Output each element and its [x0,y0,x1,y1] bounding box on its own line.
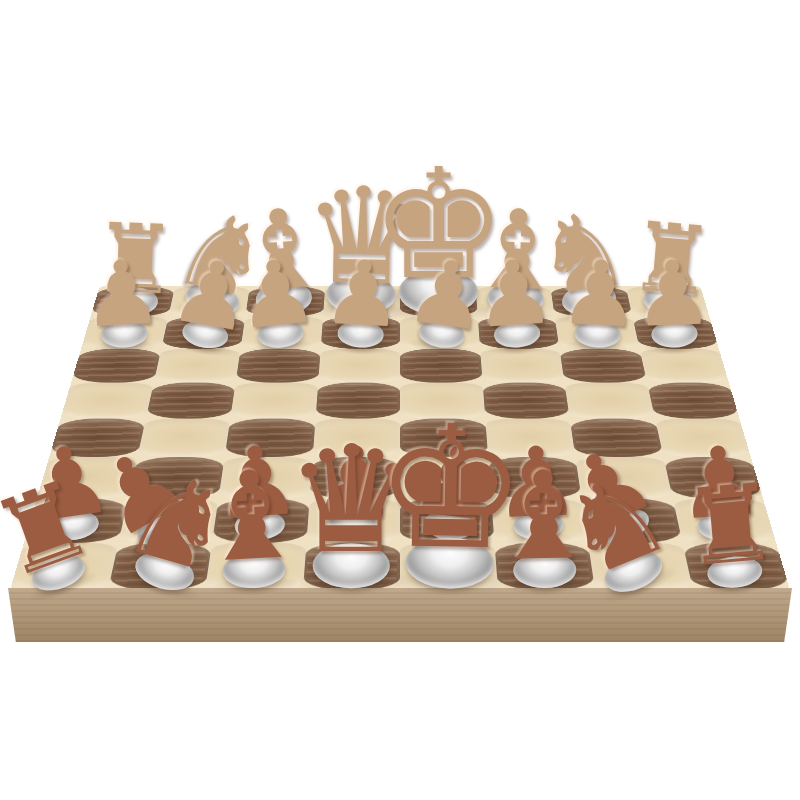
square-r4c7[interactable] [655,419,751,458]
square-r1c4[interactable] [400,317,480,349]
square-r5c7[interactable] [663,457,763,498]
square-r6c3[interactable] [306,498,400,542]
square-r3c1[interactable] [145,382,235,418]
square-r5c2[interactable] [219,457,313,498]
square-r2c0[interactable] [71,348,161,382]
square-r2c7[interactable] [639,348,729,382]
square-r0c5[interactable] [475,286,555,316]
light-king-icon: ♚ [371,166,507,285]
square-r3c5[interactable] [482,382,570,418]
square-r4c0[interactable] [49,419,145,458]
square-r3c4[interactable] [400,382,485,418]
square-r7c1[interactable] [108,543,212,590]
square-r7c4[interactable] [400,543,498,590]
square-r5c1[interactable] [128,457,225,498]
square-r6c2[interactable] [212,498,309,542]
square-r6c0[interactable] [24,498,128,542]
square-r1c6[interactable] [555,317,639,349]
light-bishop-icon: ♝ [229,205,333,297]
square-r1c0[interactable] [81,317,168,349]
square-r2c5[interactable] [480,348,565,382]
square-r6c7[interactable] [672,498,776,542]
square-r5c5[interactable] [488,457,582,498]
square-r7c6[interactable] [588,543,692,590]
square-r2c4[interactable] [400,348,482,382]
square-r1c7[interactable] [632,317,719,349]
square-r3c2[interactable] [230,382,318,418]
square-r1c3[interactable] [320,317,400,349]
square-r3c3[interactable] [315,382,400,418]
square-r4c6[interactable] [570,419,663,458]
light-bishop-icon: ♝ [467,206,568,295]
square-r2c6[interactable] [559,348,646,382]
square-r1c5[interactable] [477,317,559,349]
square-r6c5[interactable] [491,498,588,542]
square-r6c6[interactable] [581,498,682,542]
square-r1c1[interactable] [161,317,245,349]
square-r0c6[interactable] [550,286,632,316]
square-r6c4[interactable] [400,498,494,542]
light-queen-icon: ♛ [302,184,423,290]
square-r3c7[interactable] [647,382,740,418]
square-r5c3[interactable] [309,457,400,498]
square-r3c6[interactable] [564,382,654,418]
square-r3c0[interactable] [61,382,154,418]
square-r4c4[interactable] [400,419,488,458]
square-r2c3[interactable] [318,348,400,382]
square-r0c3[interactable] [323,286,400,316]
board-surface [10,286,790,590]
square-r7c2[interactable] [205,543,306,590]
square-r4c2[interactable] [225,419,316,458]
square-r5c0[interactable] [37,457,137,498]
square-r4c3[interactable] [312,419,400,458]
square-r0c0[interactable] [91,286,175,316]
square-r2c2[interactable] [236,348,321,382]
square-r4c1[interactable] [137,419,230,458]
square-r7c5[interactable] [494,543,595,590]
square-r1c2[interactable] [241,317,323,349]
square-r0c1[interactable] [168,286,250,316]
square-r5c6[interactable] [575,457,672,498]
square-r5c4[interactable] [400,457,491,498]
board-front-edge [8,588,792,642]
square-r7c7[interactable] [682,543,790,590]
square-r7c3[interactable] [303,543,401,590]
square-r7c0[interactable] [10,543,118,590]
square-r4c5[interactable] [485,419,576,458]
square-r0c2[interactable] [245,286,325,316]
square-r0c4[interactable] [400,286,477,316]
square-r0c7[interactable] [625,286,709,316]
chess-photo-stage: ♜♞♝♛♚♝♞♜♟♟♟♟♟♟♟♟♟♟♟♟♟♟♟♟♜♞♝♛♚♝♞♜ [0,0,800,800]
square-r6c1[interactable] [118,498,219,542]
square-r2c1[interactable] [153,348,240,382]
